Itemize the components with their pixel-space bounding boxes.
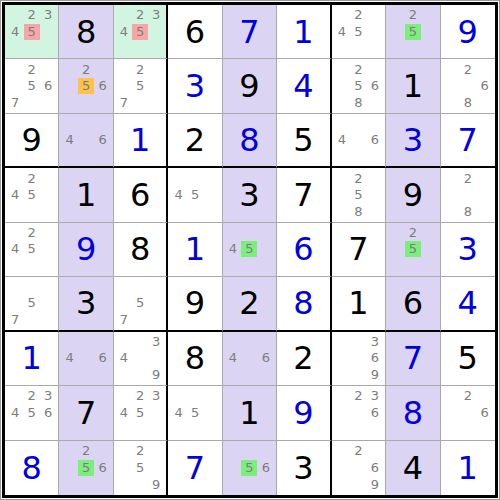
cell-r5c2[interactable]: 9	[59, 223, 113, 277]
cell-r9c9[interactable]: 1	[441, 441, 495, 495]
candidate-slot-1	[334, 61, 350, 77]
cell-r6c4[interactable]: 9	[168, 277, 222, 331]
cell-r8c9[interactable]: 26	[441, 386, 495, 440]
candidate-slot-2: 2	[350, 7, 366, 23]
pencil-marks: 245	[7, 225, 56, 274]
candidate-slot-1	[116, 443, 132, 460]
cell-r8c3[interactable]: 2345	[114, 386, 168, 440]
candidate-slot-8	[23, 258, 39, 274]
cell-r9c1[interactable]: 8	[5, 441, 59, 495]
candidate-7: 7	[116, 312, 132, 328]
candidate-slot-7	[334, 94, 350, 110]
candidate-slot-8	[132, 476, 148, 493]
cell-r9c6[interactable]: 3	[277, 441, 331, 495]
candidate-slot-1	[170, 170, 186, 186]
given-digit: 1	[223, 386, 276, 439]
candidate-slot-3	[367, 170, 383, 186]
pencil-marks: 46	[61, 116, 110, 164]
candidate-slot-8	[241, 258, 257, 274]
cell-r7c5[interactable]: 46	[223, 332, 277, 386]
cell-r2c8[interactable]: 1	[386, 59, 440, 113]
cell-r3c7[interactable]: 46	[332, 114, 386, 168]
candidate-slot-2: 2	[132, 388, 148, 404]
candidate-slot-9	[40, 421, 56, 437]
candidate-slot-4: 4	[334, 23, 350, 39]
cell-r1c9[interactable]: 9	[441, 5, 495, 59]
candidate-slot-4	[443, 187, 460, 203]
cell-r5c3[interactable]: 8	[114, 223, 168, 277]
cell-r6c1[interactable]: 57	[5, 277, 59, 331]
candidate-slot-6	[148, 23, 164, 39]
cell-r1c4[interactable]: 6	[168, 5, 222, 59]
candidate-4: 4	[171, 405, 187, 421]
candidate-slot-1	[7, 7, 23, 23]
candidate-slot-3	[94, 443, 110, 460]
candidate-slot-3	[94, 334, 110, 350]
candidate-2: 2	[350, 62, 366, 78]
candidate-slot-2	[23, 279, 39, 295]
cell-r2c7[interactable]: 2568	[332, 59, 386, 113]
cell-r8c7[interactable]: 236	[332, 386, 386, 440]
candidate-slot-3	[476, 61, 493, 77]
candidate-4: 4	[225, 350, 241, 366]
cell-r1c1[interactable]: 2345	[5, 5, 59, 59]
candidate-slot-5	[459, 78, 476, 94]
solved-digit: 9	[441, 5, 495, 58]
cell-r2c2[interactable]: 256	[59, 59, 113, 113]
given-digit: 2	[277, 332, 329, 385]
candidate-slot-5: 5	[241, 459, 257, 476]
candidate-slot-1	[388, 225, 404, 241]
cell-r4c1[interactable]: 245	[5, 168, 59, 222]
candidate-slot-1	[116, 7, 132, 23]
candidate-slot-7	[443, 94, 460, 110]
candidate-6: 6	[367, 78, 383, 94]
candidate-slot-7	[116, 421, 132, 437]
pencil-marks: 23456	[7, 388, 56, 437]
candidate-slot-3	[148, 61, 164, 77]
given-digit: 8	[168, 332, 221, 385]
candidate-slot-2: 2	[459, 388, 476, 404]
candidate-slot-7	[334, 476, 350, 493]
candidate-slot-2: 2	[23, 170, 39, 186]
cell-r3c1[interactable]: 9	[5, 114, 59, 168]
cell-r7c4[interactable]: 8	[168, 332, 222, 386]
candidate-6: 6	[367, 405, 383, 421]
candidate-slot-3	[421, 225, 437, 241]
candidate-5: 5	[350, 78, 366, 94]
candidate-slot-7	[225, 258, 241, 274]
candidate-6: 6	[95, 78, 111, 94]
candidate-slot-9	[148, 94, 164, 110]
candidate-slot-4: 4	[170, 405, 186, 421]
candidate-slot-5	[459, 187, 476, 203]
cell-r9c5[interactable]: 56	[223, 441, 277, 495]
candidate-slot-2	[78, 334, 94, 350]
sudoku-grid: 2345823456712452592567256257394256812689…	[5, 5, 495, 495]
candidate-slot-9	[40, 312, 56, 328]
cell-r2c1[interactable]: 2567	[5, 59, 59, 113]
candidate-slot-6: 6	[367, 350, 383, 366]
cell-r4c2[interactable]: 1	[59, 168, 113, 222]
candidate-slot-7	[61, 367, 77, 383]
candidate-slot-5: 5	[23, 405, 39, 421]
candidate-4: 4	[171, 187, 187, 203]
candidate-5: 5	[187, 405, 203, 421]
candidate-slot-1	[7, 225, 23, 241]
candidate-slot-6	[148, 405, 164, 421]
candidate-slot-7	[170, 421, 186, 437]
cell-r7c1[interactable]: 1	[5, 332, 59, 386]
cell-r1c6[interactable]: 1	[277, 5, 331, 59]
candidate-slot-6: 6	[94, 78, 110, 94]
candidate-slot-9	[367, 94, 383, 110]
cell-r7c2[interactable]: 46	[59, 332, 113, 386]
candidate-slot-7: 7	[7, 94, 23, 110]
candidate-slot-9	[476, 203, 493, 219]
candidate-2: 2	[24, 225, 40, 241]
candidate-5: 5	[132, 460, 148, 476]
candidate-slot-3	[367, 7, 383, 23]
cell-r4c4[interactable]: 45	[168, 168, 222, 222]
cell-r1c8[interactable]: 25	[386, 5, 440, 59]
cell-r3c4[interactable]: 2	[168, 114, 222, 168]
candidate-4: 4	[7, 24, 23, 40]
candidate-slot-1	[334, 116, 350, 132]
cell-r9c2[interactable]: 256	[59, 441, 113, 495]
cell-r4c8[interactable]: 9	[386, 168, 440, 222]
candidate-slot-4	[388, 23, 404, 39]
candidate-slot-5: 5	[405, 23, 421, 39]
candidate-slot-5	[350, 132, 366, 148]
cell-r5c7[interactable]: 7	[332, 223, 386, 277]
candidate-slot-4	[388, 241, 404, 257]
candidate-slot-8	[241, 367, 257, 383]
candidate-slot-8	[350, 40, 366, 56]
given-digit: 6	[386, 277, 439, 329]
candidate-slot-6: 6	[94, 459, 110, 476]
candidate-7: 7	[116, 95, 132, 111]
candidate-slot-6: 6	[367, 405, 383, 421]
candidate-slot-4: 4	[7, 405, 23, 421]
candidate-5-highlighted-orange: 5	[78, 78, 94, 94]
cell-r7c8[interactable]: 7	[386, 332, 440, 386]
candidate-slot-3: 3	[367, 334, 383, 350]
cell-r1c2[interactable]: 8	[59, 5, 113, 59]
candidate-slot-2: 2	[132, 7, 148, 23]
candidate-slot-2: 2	[23, 225, 39, 241]
candidate-slot-6	[40, 241, 56, 257]
candidate-slot-8	[241, 476, 257, 493]
cell-r3c9[interactable]: 7	[441, 114, 495, 168]
candidate-slot-7	[116, 40, 132, 56]
cell-r8c6[interactable]: 9	[277, 386, 331, 440]
cell-r9c3[interactable]: 259	[114, 441, 168, 495]
cell-r6c7[interactable]: 1	[332, 277, 386, 331]
candidate-slot-5: 5	[23, 78, 39, 94]
candidate-slot-3	[421, 7, 437, 23]
candidate-slot-5: 5	[132, 78, 148, 94]
candidate-slot-7	[225, 367, 241, 383]
cell-r4c6[interactable]: 7	[277, 168, 331, 222]
cell-r5c1[interactable]: 245	[5, 223, 59, 277]
pencil-marks: 2568	[334, 61, 383, 110]
candidate-slot-9	[421, 258, 437, 274]
cell-r8c8[interactable]: 8	[386, 386, 440, 440]
candidate-2: 2	[24, 7, 40, 23]
candidate-slot-1	[61, 61, 77, 77]
candidate-slot-4	[116, 459, 132, 476]
candidate-slot-3: 3	[40, 388, 56, 404]
given-digit: 1	[332, 277, 385, 329]
cell-r7c7[interactable]: 369	[332, 332, 386, 386]
cell-r4c3[interactable]: 6	[114, 168, 168, 222]
cell-r1c7[interactable]: 245	[332, 5, 386, 59]
candidate-slot-6: 6	[94, 350, 110, 366]
cell-r3c8[interactable]: 3	[386, 114, 440, 168]
candidate-slot-3	[203, 170, 219, 186]
candidate-slot-4	[334, 350, 350, 366]
candidate-slot-4	[116, 78, 132, 94]
cell-r9c8[interactable]: 4	[386, 441, 440, 495]
candidate-slot-6	[40, 295, 56, 311]
candidate-slot-4: 4	[334, 132, 350, 148]
cell-r8c4[interactable]: 45	[168, 386, 222, 440]
candidate-slot-9	[148, 312, 164, 328]
candidate-slot-2	[132, 279, 148, 295]
cell-r8c2[interactable]: 7	[59, 386, 113, 440]
candidate-slot-8: 8	[350, 203, 366, 219]
candidate-5: 5	[187, 187, 203, 203]
candidate-slot-9: 9	[367, 367, 383, 383]
candidate-6: 6	[477, 405, 493, 421]
candidate-6: 6	[95, 132, 111, 148]
candidate-slot-4: 4	[116, 350, 132, 366]
candidate-slot-3	[258, 334, 274, 350]
cell-r7c3[interactable]: 349	[114, 332, 168, 386]
solved-digit: 8	[5, 441, 58, 495]
cell-r4c5[interactable]: 3	[223, 168, 277, 222]
candidate-slot-8	[78, 94, 94, 110]
given-digit: 8	[59, 5, 112, 58]
solved-digit: 6	[277, 223, 329, 276]
candidate-8: 8	[350, 95, 366, 111]
candidate-5-highlighted-pink: 5	[132, 24, 148, 40]
cell-r6c6[interactable]: 8	[277, 277, 331, 331]
cell-r7c6[interactable]: 2	[277, 332, 331, 386]
candidate-8: 8	[460, 95, 476, 111]
candidate-slot-9	[148, 40, 164, 56]
pencil-marks: 46	[334, 116, 383, 164]
solved-digit: 1	[5, 332, 58, 385]
candidate-slot-9	[258, 258, 274, 274]
candidate-slot-5	[132, 350, 148, 366]
candidate-5: 5	[24, 241, 40, 257]
cell-r6c3[interactable]: 57	[114, 277, 168, 331]
cell-r3c6[interactable]: 5	[277, 114, 331, 168]
cell-r6c5[interactable]: 2	[223, 277, 277, 331]
candidate-slot-9	[94, 148, 110, 164]
cell-r5c8[interactable]: 25	[386, 223, 440, 277]
candidate-slot-2	[241, 443, 257, 460]
candidate-3: 3	[40, 388, 56, 404]
candidate-slot-3	[40, 61, 56, 77]
candidate-slot-4: 4	[7, 23, 23, 39]
candidate-slot-2	[78, 116, 94, 132]
cell-r2c3[interactable]: 257	[114, 59, 168, 113]
candidate-slot-8	[405, 40, 421, 56]
candidate-slot-5: 5	[350, 78, 366, 94]
candidate-slot-3	[367, 61, 383, 77]
candidate-2: 2	[350, 171, 366, 187]
candidate-2: 2	[350, 388, 366, 404]
candidate-5: 5	[24, 187, 40, 203]
candidate-slot-6	[203, 405, 219, 421]
candidate-2: 2	[460, 62, 476, 78]
cell-r3c2[interactable]: 46	[59, 114, 113, 168]
candidate-2: 2	[132, 7, 148, 23]
candidate-slot-8	[350, 148, 366, 164]
candidate-slot-2	[187, 170, 203, 186]
candidate-4: 4	[116, 350, 132, 366]
cell-r5c5[interactable]: 45	[223, 223, 277, 277]
candidate-slot-8	[78, 367, 94, 383]
pencil-marks: 2567	[7, 61, 56, 110]
cell-r2c5[interactable]: 9	[223, 59, 277, 113]
cell-r1c5[interactable]: 7	[223, 5, 277, 59]
solved-digit: 7	[386, 332, 439, 385]
candidate-3: 3	[367, 388, 383, 404]
candidate-slot-8	[23, 421, 39, 437]
cell-r7c9[interactable]: 5	[441, 332, 495, 386]
cell-r9c4[interactable]: 7	[168, 441, 222, 495]
candidate-slot-9	[40, 258, 56, 274]
candidate-slot-1	[7, 388, 23, 404]
candidate-slot-7	[7, 40, 23, 56]
cell-r5c4[interactable]: 1	[168, 223, 222, 277]
candidate-slot-3	[476, 170, 493, 186]
cell-r9c7[interactable]: 269	[332, 441, 386, 495]
cell-r2c6[interactable]: 4	[277, 59, 331, 113]
pencil-marks: 57	[7, 279, 56, 327]
candidate-slot-1	[170, 388, 186, 404]
cell-r5c9[interactable]: 3	[441, 223, 495, 277]
candidate-slot-3	[367, 443, 383, 460]
cell-r4c7[interactable]: 258	[332, 168, 386, 222]
candidate-slot-3	[258, 225, 274, 241]
candidate-slot-6: 6	[258, 459, 274, 476]
candidate-slot-8	[132, 94, 148, 110]
pencil-marks: 269	[334, 443, 383, 493]
given-digit: 6	[168, 5, 221, 58]
candidate-slot-9	[476, 94, 493, 110]
candidate-2: 2	[78, 62, 94, 78]
cell-r6c2[interactable]: 3	[59, 277, 113, 331]
candidate-slot-4: 4	[7, 187, 23, 203]
candidate-slot-4	[443, 405, 460, 421]
candidate-8: 8	[460, 204, 476, 220]
candidate-slot-9	[258, 476, 274, 493]
candidate-slot-6: 6	[476, 405, 493, 421]
candidate-slot-1	[7, 61, 23, 77]
cell-r8c1[interactable]: 23456	[5, 386, 59, 440]
candidate-slot-6: 6	[94, 132, 110, 148]
candidate-2: 2	[460, 171, 476, 187]
candidate-slot-2: 2	[350, 443, 366, 460]
candidate-slot-4: 4	[61, 132, 77, 148]
candidate-4: 4	[7, 241, 23, 257]
candidate-slot-1	[7, 279, 23, 295]
candidate-5: 5	[24, 78, 40, 94]
cell-r5c6[interactable]: 6	[277, 223, 331, 277]
cell-r3c5[interactable]: 8	[223, 114, 277, 168]
candidate-slot-9	[203, 203, 219, 219]
candidate-6: 6	[95, 460, 111, 476]
candidate-slot-8	[132, 367, 148, 383]
candidate-6: 6	[95, 350, 111, 366]
solved-digit: 3	[386, 114, 439, 166]
candidate-9: 9	[367, 477, 383, 493]
candidate-slot-3	[94, 61, 110, 77]
cell-r6c9[interactable]: 4	[441, 277, 495, 331]
candidate-slot-4	[61, 459, 77, 476]
candidate-2: 2	[24, 171, 40, 187]
candidate-slot-5	[78, 350, 94, 366]
cell-r2c4[interactable]: 3	[168, 59, 222, 113]
candidate-slot-8	[132, 40, 148, 56]
candidate-slot-9	[367, 40, 383, 56]
pencil-marks: 258	[334, 170, 383, 219]
candidate-slot-5: 5	[405, 241, 421, 257]
candidate-slot-4	[116, 295, 132, 311]
candidate-slot-6	[476, 187, 493, 203]
candidate-5: 5	[24, 295, 40, 311]
candidate-slot-5: 5	[187, 405, 203, 421]
cell-r6c8[interactable]: 6	[386, 277, 440, 331]
candidate-slot-1	[334, 7, 350, 23]
candidate-slot-8: 8	[459, 203, 476, 219]
candidate-slot-7	[170, 203, 186, 219]
solved-digit: 7	[168, 441, 221, 495]
candidate-6: 6	[40, 78, 56, 94]
candidate-4: 4	[7, 405, 23, 421]
candidate-2: 2	[132, 443, 148, 459]
candidate-slot-5: 5	[23, 295, 39, 311]
candidate-slot-3: 3	[40, 7, 56, 23]
candidate-slot-4: 4	[116, 405, 132, 421]
candidate-5: 5	[24, 405, 40, 421]
candidate-slot-2: 2	[459, 61, 476, 77]
candidate-5-highlighted-green: 5	[405, 24, 421, 40]
given-digit: 3	[277, 441, 329, 495]
pencil-marks: 349	[116, 334, 164, 383]
candidate-slot-4	[334, 78, 350, 94]
candidate-slot-1	[334, 170, 350, 186]
candidate-6: 6	[40, 405, 56, 421]
cell-r4c9[interactable]: 28	[441, 168, 495, 222]
candidate-3: 3	[367, 334, 383, 350]
candidate-slot-9: 9	[148, 476, 164, 493]
given-digit: 1	[386, 59, 439, 112]
cell-r3c3[interactable]: 1	[114, 114, 168, 168]
candidate-slot-5: 5	[132, 295, 148, 311]
candidate-slot-7	[61, 94, 77, 110]
candidate-slot-5	[241, 350, 257, 366]
cell-r1c3[interactable]: 2345	[114, 5, 168, 59]
candidate-5-highlighted-green: 5	[241, 460, 257, 476]
cell-r8c5[interactable]: 1	[223, 386, 277, 440]
cell-r2c9[interactable]: 268	[441, 59, 495, 113]
